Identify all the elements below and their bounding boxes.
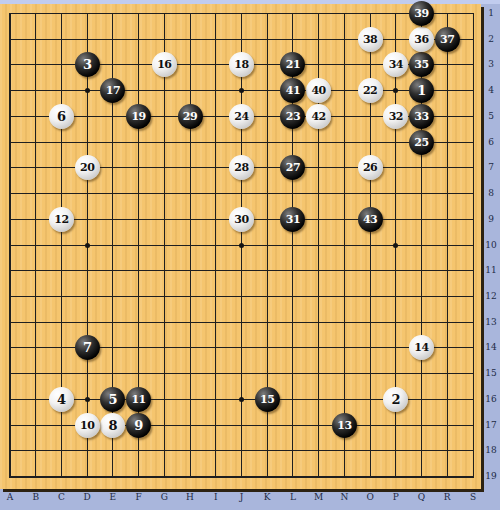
star-point	[239, 243, 244, 248]
stone-black-9[interactable]: 9	[126, 413, 151, 438]
row-label-2: 2	[483, 34, 499, 45]
row-label-17: 17	[483, 420, 499, 431]
col-label-G: G	[157, 492, 171, 503]
stone-white-30[interactable]: 30	[229, 207, 254, 232]
row-label-8: 8	[483, 188, 499, 199]
col-label-J: J	[235, 492, 249, 503]
stone-black-15[interactable]: 15	[255, 387, 280, 412]
stone-black-11[interactable]: 11	[126, 387, 151, 412]
col-label-Q: Q	[415, 492, 429, 503]
go-board[interactable]: 1234567891011121314151617181920212223242…	[0, 4, 481, 489]
stone-white-42[interactable]: 42	[306, 104, 331, 129]
col-label-L: L	[286, 492, 300, 503]
col-label-O: O	[363, 492, 377, 503]
col-label-S: S	[466, 492, 480, 503]
col-label-D: D	[80, 492, 94, 503]
stone-black-37[interactable]: 37	[435, 27, 460, 52]
stone-black-7[interactable]: 7	[75, 335, 100, 360]
stone-black-19[interactable]: 19	[126, 104, 151, 129]
row-label-4: 4	[483, 85, 499, 96]
col-label-M: M	[312, 492, 326, 503]
col-label-E: E	[106, 492, 120, 503]
stone-white-2[interactable]: 2	[383, 387, 408, 412]
stone-white-22[interactable]: 22	[358, 78, 383, 103]
stone-white-26[interactable]: 26	[358, 155, 383, 180]
col-label-B: B	[29, 492, 43, 503]
row-label-14: 14	[483, 342, 499, 353]
row-label-13: 13	[483, 317, 499, 328]
col-label-F: F	[132, 492, 146, 503]
stone-black-25[interactable]: 25	[409, 130, 434, 155]
col-label-C: C	[54, 492, 68, 503]
star-point	[85, 243, 90, 248]
star-point	[393, 243, 398, 248]
stone-white-24[interactable]: 24	[229, 104, 254, 129]
star-point	[239, 397, 244, 402]
row-label-6: 6	[483, 137, 499, 148]
col-label-H: H	[183, 492, 197, 503]
stone-white-20[interactable]: 20	[75, 155, 100, 180]
row-label-15: 15	[483, 368, 499, 379]
stone-white-8[interactable]: 8	[100, 413, 125, 438]
col-label-I: I	[209, 492, 223, 503]
col-label-A: A	[3, 492, 17, 503]
stone-white-36[interactable]: 36	[409, 27, 434, 52]
row-label-5: 5	[483, 111, 499, 122]
row-label-11: 11	[483, 265, 499, 276]
col-label-N: N	[337, 492, 351, 503]
row-label-7: 7	[483, 162, 499, 173]
col-label-P: P	[389, 492, 403, 503]
row-label-3: 3	[483, 59, 499, 70]
row-label-12: 12	[483, 291, 499, 302]
stone-white-10[interactable]: 10	[75, 413, 100, 438]
stone-black-43[interactable]: 43	[358, 207, 383, 232]
stone-black-13[interactable]: 13	[332, 413, 357, 438]
stone-black-29[interactable]: 29	[178, 104, 203, 129]
star-point	[85, 397, 90, 402]
stone-white-4[interactable]: 4	[49, 387, 74, 412]
stone-black-39[interactable]: 39	[409, 1, 434, 26]
stone-white-38[interactable]: 38	[358, 27, 383, 52]
stone-black-3[interactable]: 3	[75, 52, 100, 77]
row-label-16: 16	[483, 394, 499, 405]
row-label-19: 19	[483, 471, 499, 482]
stone-black-33[interactable]: 33	[409, 104, 434, 129]
star-point	[85, 88, 90, 93]
col-label-R: R	[440, 492, 454, 503]
col-label-K: K	[260, 492, 274, 503]
row-label-9: 9	[483, 214, 499, 225]
row-label-10: 10	[483, 240, 499, 251]
stone-white-12[interactable]: 12	[49, 207, 74, 232]
stone-white-6[interactable]: 6	[49, 104, 74, 129]
row-label-1: 1	[483, 8, 499, 19]
row-label-18: 18	[483, 445, 499, 456]
